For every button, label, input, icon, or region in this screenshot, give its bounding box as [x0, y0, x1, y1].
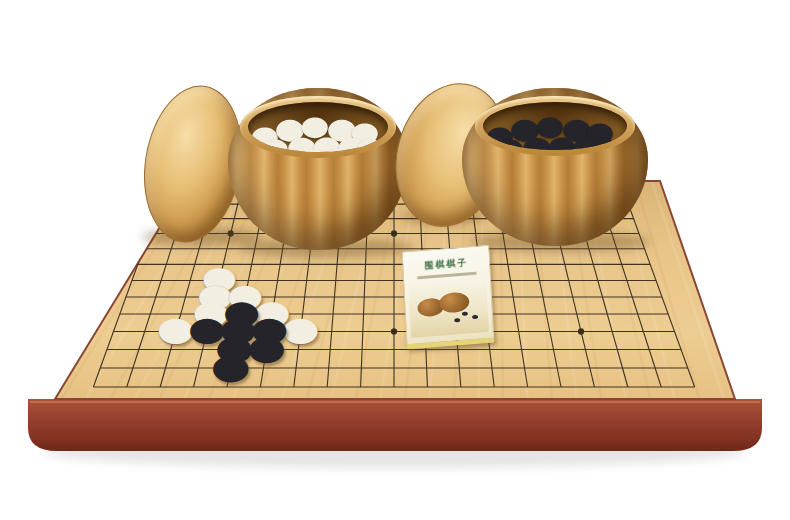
booklet-stone-picture	[454, 318, 460, 322]
booklet-subtitle-blur	[417, 272, 477, 280]
black-stones-in-bowl: ●●●●●●●●●●●●	[483, 102, 627, 150]
booklet-stone-picture	[462, 311, 468, 315]
instruction-booklet[interactable]: 围棋棋子	[402, 245, 495, 350]
white-stones-in-bowl: ●●●●●●●●●●●●	[248, 102, 388, 152]
go-set-photo: ●●●●●●●●●●●●●● ●●●●●●●●●●●● ●●●●●●●●●●●●…	[0, 0, 790, 520]
go-board[interactable]	[0, 0, 790, 520]
booklet-cover-art	[409, 280, 489, 338]
booklet-stone-picture	[472, 315, 478, 319]
booklet-bowl-picture	[439, 291, 470, 313]
